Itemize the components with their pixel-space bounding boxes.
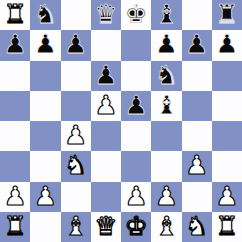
square-d1[interactable]: ♛	[91, 212, 121, 242]
square-e6[interactable]	[121, 61, 151, 91]
square-g3[interactable]: ♟	[182, 151, 212, 181]
square-f6[interactable]: ♞	[151, 61, 181, 91]
square-h6[interactable]	[212, 61, 242, 91]
square-b7[interactable]: ♟	[30, 30, 60, 60]
piece-black-queen: ♛	[94, 1, 117, 27]
piece-black-knight: ♞	[34, 1, 57, 27]
square-c3[interactable]: ♞	[61, 151, 91, 181]
square-e1[interactable]: ♚	[121, 212, 151, 242]
piece-black-pawn: ♟	[64, 31, 87, 57]
square-a8[interactable]: ♜	[0, 0, 30, 30]
piece-white-rook: ♜	[3, 213, 26, 239]
square-g7[interactable]: ♟	[182, 30, 212, 60]
piece-white-bishop: ♝	[155, 213, 178, 239]
piece-black-pawn: ♟	[3, 31, 26, 57]
square-b8[interactable]: ♞	[30, 0, 60, 30]
square-e8[interactable]: ♚	[121, 0, 151, 30]
square-a1[interactable]: ♜	[0, 212, 30, 242]
square-b2[interactable]: ♟	[30, 182, 60, 212]
piece-white-pawn: ♟	[155, 183, 178, 209]
square-d4[interactable]	[91, 121, 121, 151]
square-a3[interactable]	[0, 151, 30, 181]
square-d2[interactable]	[91, 182, 121, 212]
piece-white-pawn: ♟	[124, 183, 147, 209]
square-e4[interactable]	[121, 121, 151, 151]
square-g4[interactable]	[182, 121, 212, 151]
square-h7[interactable]: ♟	[212, 30, 242, 60]
square-c1[interactable]: ♝	[61, 212, 91, 242]
square-e2[interactable]: ♟	[121, 182, 151, 212]
square-f2[interactable]: ♟	[151, 182, 181, 212]
piece-white-pawn: ♟	[185, 152, 208, 178]
piece-white-knight: ♞	[185, 213, 208, 239]
piece-white-rook: ♜	[3, 1, 26, 27]
piece-black-pawn: ♟	[34, 31, 57, 57]
square-b4[interactable]	[30, 121, 60, 151]
square-b3[interactable]	[30, 151, 60, 181]
square-a4[interactable]	[0, 121, 30, 151]
piece-white-pawn: ♟	[64, 122, 87, 148]
square-c5[interactable]	[61, 91, 91, 121]
piece-white-queen: ♛	[94, 213, 117, 239]
piece-black-bishop: ♝	[155, 92, 178, 118]
square-d8[interactable]: ♛	[91, 0, 121, 30]
square-d3[interactable]	[91, 151, 121, 181]
piece-white-pawn: ♟	[94, 92, 117, 118]
square-g8[interactable]	[182, 0, 212, 30]
square-e3[interactable]	[121, 151, 151, 181]
square-c4[interactable]: ♟	[61, 121, 91, 151]
square-f8[interactable]: ♝	[151, 0, 181, 30]
square-h5[interactable]	[212, 91, 242, 121]
square-b6[interactable]	[30, 61, 60, 91]
chess-board-container: ♜♞♛♚♝♜♟♟♟♟♟♟♟♞♟♟♝♟♞♟♟♟♟♟♟♜♝♛♚♝♞♜	[0, 0, 242, 242]
square-g2[interactable]	[182, 182, 212, 212]
square-f7[interactable]: ♟	[151, 30, 181, 60]
square-f4[interactable]	[151, 121, 181, 151]
piece-black-pawn: ♟	[94, 62, 117, 88]
square-b1[interactable]	[30, 212, 60, 242]
square-h1[interactable]: ♜	[212, 212, 242, 242]
square-g1[interactable]: ♞	[182, 212, 212, 242]
piece-white-bishop: ♝	[64, 213, 87, 239]
piece-black-bishop: ♝	[155, 1, 178, 27]
square-h2[interactable]: ♟	[212, 182, 242, 212]
square-d6[interactable]: ♟	[91, 61, 121, 91]
square-g5[interactable]	[182, 91, 212, 121]
square-c2[interactable]	[61, 182, 91, 212]
piece-white-pawn: ♟	[3, 183, 26, 209]
piece-black-knight: ♞	[155, 62, 178, 88]
piece-black-pawn: ♟	[185, 31, 208, 57]
square-a7[interactable]: ♟	[0, 30, 30, 60]
square-g6[interactable]	[182, 61, 212, 91]
piece-black-king: ♚	[124, 1, 147, 27]
square-h3[interactable]	[212, 151, 242, 181]
piece-black-pawn: ♟	[215, 31, 238, 57]
chess-board: ♜♞♛♚♝♜♟♟♟♟♟♟♟♞♟♟♝♟♞♟♟♟♟♟♟♜♝♛♚♝♞♜	[0, 0, 242, 242]
square-f5[interactable]: ♝	[151, 91, 181, 121]
square-b5[interactable]	[30, 91, 60, 121]
square-a5[interactable]	[0, 91, 30, 121]
piece-white-rook: ♜	[215, 213, 238, 239]
piece-black-pawn: ♟	[155, 31, 178, 57]
piece-white-king: ♚	[124, 213, 147, 239]
square-f1[interactable]: ♝	[151, 212, 181, 242]
square-d5[interactable]: ♟	[91, 91, 121, 121]
square-e5[interactable]: ♟	[121, 91, 151, 121]
piece-white-pawn: ♟	[215, 183, 238, 209]
square-a2[interactable]: ♟	[0, 182, 30, 212]
square-h4[interactable]	[212, 121, 242, 151]
piece-white-knight: ♞	[64, 152, 87, 178]
square-c8[interactable]	[61, 0, 91, 30]
square-f3[interactable]	[151, 151, 181, 181]
piece-black-pawn: ♟	[124, 92, 147, 118]
square-e7[interactable]	[121, 30, 151, 60]
square-a6[interactable]	[0, 61, 30, 91]
square-c6[interactable]	[61, 61, 91, 91]
piece-black-rook: ♜	[215, 1, 238, 27]
square-h8[interactable]: ♜	[212, 0, 242, 30]
piece-white-pawn: ♟	[34, 183, 57, 209]
square-d7[interactable]	[91, 30, 121, 60]
square-c7[interactable]: ♟	[61, 30, 91, 60]
